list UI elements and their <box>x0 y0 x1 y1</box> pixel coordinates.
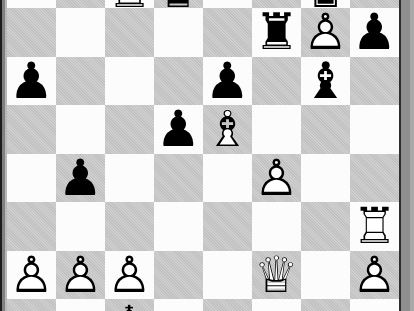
black-pawn-h7: ♟ <box>350 9 399 56</box>
black-pawn-d5: ♟ <box>154 106 203 153</box>
square-h2: ♟♙ <box>350 251 399 300</box>
square-f8 <box>252 0 301 8</box>
square-a3 <box>7 202 56 251</box>
square-g6: ♝ <box>301 57 350 106</box>
square-d5: ♟ <box>154 105 203 154</box>
black-pawn-b4: ♟ <box>56 155 105 202</box>
piece-solid-layer: ♜ <box>105 0 154 8</box>
square-b7 <box>56 8 105 57</box>
black-rook-f7: ♜ <box>252 9 301 56</box>
square-c5 <box>105 105 154 154</box>
chess-board-frame: ♜♛♚♜♟♙♟♟♟♝♟♝♗♟♟♙♜♖♟♙♟♙♟♙♛♕♟♙♚♔ <box>0 0 414 311</box>
white-pawn-g7: ♟♙ <box>301 9 350 56</box>
square-g5 <box>301 105 350 154</box>
square-d2 <box>154 251 203 300</box>
piece-solid-layer: ♟ <box>7 58 56 105</box>
square-g1 <box>301 299 350 311</box>
white-bishop-e5: ♝♗ <box>203 106 252 153</box>
white-pawn-h2: ♟♙ <box>350 252 399 299</box>
square-a8 <box>7 0 56 8</box>
piece-solid-layer: ♚ <box>301 0 350 8</box>
piece-outline-layer: ♖ <box>350 203 399 250</box>
square-f5 <box>252 105 301 154</box>
piece-solid-layer: ♜ <box>252 9 301 56</box>
square-f6 <box>252 57 301 106</box>
board-border-left <box>0 0 7 311</box>
piece-outline-layer: ♙ <box>105 252 154 299</box>
square-f3 <box>252 202 301 251</box>
square-g4 <box>301 154 350 203</box>
square-c7 <box>105 8 154 57</box>
square-a2: ♟♙ <box>7 251 56 300</box>
square-c3 <box>105 202 154 251</box>
square-g2 <box>301 251 350 300</box>
square-h3: ♜♖ <box>350 202 399 251</box>
square-d1 <box>154 299 203 311</box>
square-b2: ♟♙ <box>56 251 105 300</box>
square-e2 <box>203 251 252 300</box>
square-c6 <box>105 57 154 106</box>
square-d7 <box>154 8 203 57</box>
white-pawn-c2: ♟♙ <box>105 252 154 299</box>
black-bishop-g6: ♝ <box>301 58 350 105</box>
board-border-right <box>399 0 414 311</box>
square-c4 <box>105 154 154 203</box>
piece-outline-layer: ♔ <box>105 301 154 311</box>
square-b1 <box>56 299 105 311</box>
chess-board: ♜♛♚♜♟♙♟♟♟♝♟♝♗♟♟♙♜♖♟♙♟♙♟♙♛♕♟♙♚♔ <box>7 0 399 311</box>
square-c8: ♜ <box>105 0 154 8</box>
piece-solid-layer: ♟ <box>350 9 399 56</box>
square-e6: ♟ <box>203 57 252 106</box>
piece-solid-layer: ♟ <box>154 106 203 153</box>
black-queen-d8: ♛ <box>154 0 203 8</box>
square-b8 <box>56 0 105 8</box>
square-e8 <box>203 0 252 8</box>
square-h1 <box>350 299 399 311</box>
piece-outline-layer: ♙ <box>7 252 56 299</box>
square-b5 <box>56 105 105 154</box>
square-e3 <box>203 202 252 251</box>
square-f2: ♛♕ <box>252 251 301 300</box>
piece-outline-layer: ♕ <box>252 252 301 299</box>
square-h8 <box>350 0 399 8</box>
square-e7 <box>203 8 252 57</box>
square-g3 <box>301 202 350 251</box>
piece-solid-layer: ♛ <box>154 0 203 8</box>
square-g7: ♟♙ <box>301 8 350 57</box>
square-d6 <box>154 57 203 106</box>
piece-solid-layer: ♝ <box>301 58 350 105</box>
piece-outline-layer: ♙ <box>252 155 301 202</box>
black-king-g8: ♚ <box>301 0 350 8</box>
square-b6 <box>56 57 105 106</box>
white-queen-f2: ♛♕ <box>252 252 301 299</box>
piece-outline-layer: ♙ <box>350 252 399 299</box>
black-rook-c8: ♜ <box>105 0 154 8</box>
square-f7: ♜ <box>252 8 301 57</box>
square-e5: ♝♗ <box>203 105 252 154</box>
square-a6: ♟ <box>7 57 56 106</box>
black-pawn-a6: ♟ <box>7 58 56 105</box>
square-h5 <box>350 105 399 154</box>
square-a7 <box>7 8 56 57</box>
square-a4 <box>7 154 56 203</box>
square-g8: ♚ <box>301 0 350 8</box>
square-b4: ♟ <box>56 154 105 203</box>
square-a5 <box>7 105 56 154</box>
square-e1 <box>203 299 252 311</box>
square-d8: ♛ <box>154 0 203 8</box>
white-pawn-a2: ♟♙ <box>7 252 56 299</box>
white-pawn-f4: ♟♙ <box>252 155 301 202</box>
white-king-c1: ♚♔ <box>105 301 154 311</box>
piece-outline-layer: ♗ <box>203 106 252 153</box>
white-rook-h3: ♜♖ <box>350 203 399 250</box>
square-f4: ♟♙ <box>252 154 301 203</box>
square-h6 <box>350 57 399 106</box>
square-d4 <box>154 154 203 203</box>
piece-outline-layer: ♙ <box>301 9 350 56</box>
square-c2: ♟♙ <box>105 251 154 300</box>
square-h4 <box>350 154 399 203</box>
black-pawn-e6: ♟ <box>203 58 252 105</box>
square-f1 <box>252 299 301 311</box>
square-c1: ♚♔ <box>105 299 154 311</box>
piece-solid-layer: ♟ <box>203 58 252 105</box>
square-h7: ♟ <box>350 8 399 57</box>
square-d3 <box>154 202 203 251</box>
square-a1 <box>7 299 56 311</box>
white-pawn-b2: ♟♙ <box>56 252 105 299</box>
piece-solid-layer: ♟ <box>56 155 105 202</box>
square-e4 <box>203 154 252 203</box>
square-b3 <box>56 202 105 251</box>
piece-outline-layer: ♙ <box>56 252 105 299</box>
